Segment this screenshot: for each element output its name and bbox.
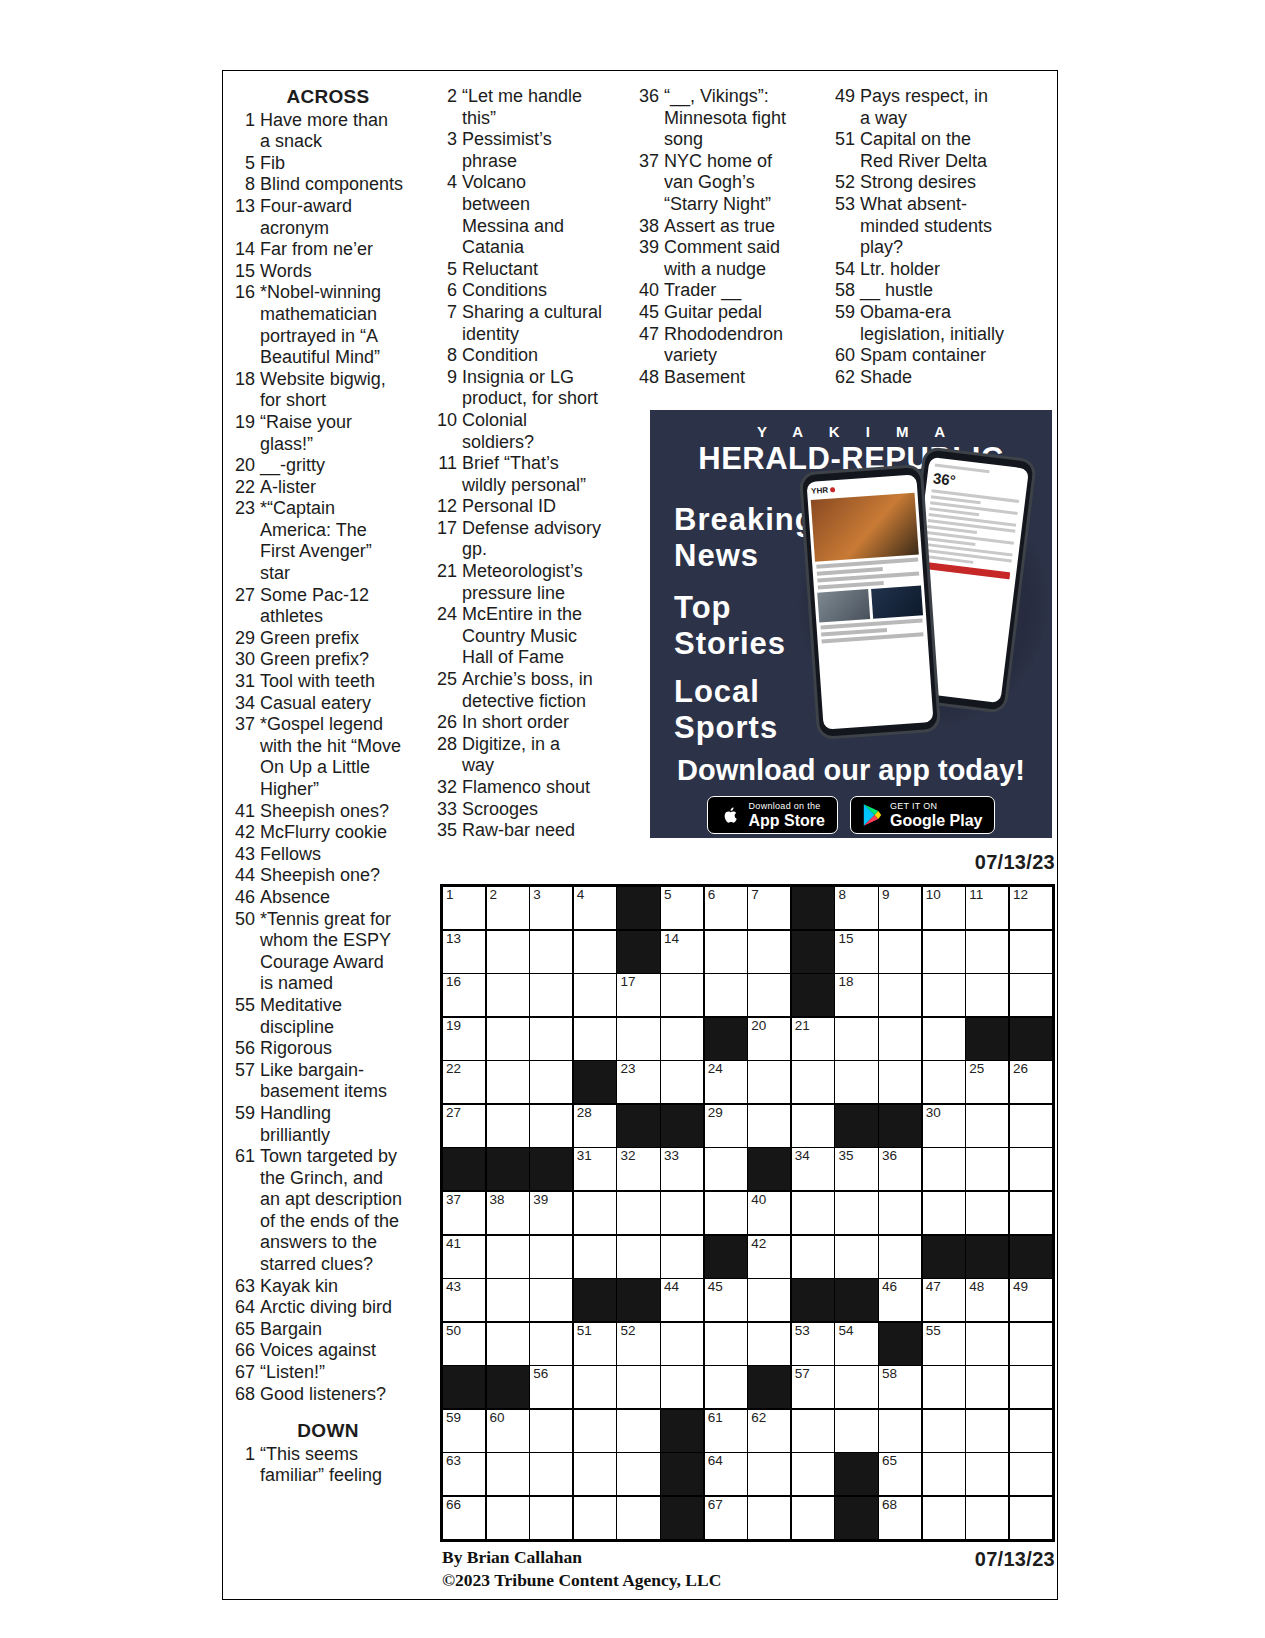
grid-cell[interactable]: 61: [705, 1410, 747, 1452]
grid-cell[interactable]: 52: [617, 1323, 659, 1365]
clue-text: Meditative discipline: [260, 995, 426, 1038]
grid-cell[interactable]: 38: [487, 1192, 529, 1234]
grid-cell[interactable]: [966, 1410, 1008, 1452]
grid-cell[interactable]: [661, 1366, 703, 1408]
grid-cell[interactable]: [574, 1366, 616, 1408]
grid-cell[interactable]: 25: [966, 1061, 1008, 1103]
grid-cell[interactable]: 56: [530, 1366, 572, 1408]
grid-cell[interactable]: [530, 974, 572, 1016]
cell-number: 67: [708, 1497, 723, 1512]
grid-cell[interactable]: 12: [1010, 887, 1052, 929]
clue-item-58: 58__ hustle: [830, 280, 1030, 302]
grid-cell[interactable]: [617, 1236, 659, 1278]
black-cell: [879, 1323, 921, 1365]
grid-cell[interactable]: [661, 974, 703, 1016]
grid-cell[interactable]: [748, 974, 790, 1016]
grid-cell[interactable]: [966, 1192, 1008, 1234]
grid-cell[interactable]: [792, 1105, 834, 1147]
ad-feature-stories: Stories: [674, 626, 786, 662]
google-play-badge-line1: GET IT ON: [890, 802, 982, 811]
grid-cell[interactable]: [530, 1018, 572, 1060]
clue-number: 21: [432, 561, 457, 583]
grid-cell[interactable]: [1010, 1410, 1052, 1452]
cell-number: 66: [446, 1497, 461, 1512]
grid-cell[interactable]: [574, 1497, 616, 1539]
clue-number: 42: [230, 822, 255, 844]
grid-cell[interactable]: [923, 1453, 965, 1495]
grid-cell[interactable]: [1010, 931, 1052, 973]
grid-cell[interactable]: [487, 931, 529, 973]
grid-cell[interactable]: [617, 1018, 659, 1060]
grid-cell[interactable]: 65: [879, 1453, 921, 1495]
grid-cell[interactable]: 15: [835, 931, 877, 973]
grid-cell[interactable]: [487, 1105, 529, 1147]
cell-number: 4: [577, 887, 585, 902]
cell-number: 5: [664, 887, 672, 902]
grid-cell[interactable]: [574, 931, 616, 973]
grid-cell[interactable]: [966, 1323, 1008, 1365]
grid-cell[interactable]: [574, 1410, 616, 1452]
grid-cell[interactable]: [879, 1018, 921, 1060]
clue-number: 13: [230, 196, 255, 218]
grid-cell[interactable]: 36: [879, 1148, 921, 1190]
grid-cell[interactable]: 42: [748, 1236, 790, 1278]
grid-cell[interactable]: [617, 1497, 659, 1539]
clue-text: Scrooges: [462, 799, 628, 821]
clue-item-63: 63Kayak kin: [230, 1276, 426, 1298]
grid-cell[interactable]: [966, 974, 1008, 1016]
grid-cell[interactable]: 13: [443, 931, 485, 973]
grid-cell[interactable]: 34: [792, 1148, 834, 1190]
clue-text: Reluctant: [462, 259, 628, 281]
clue-header-down: DOWN: [230, 1420, 426, 1442]
cell-number: 53: [795, 1323, 810, 1338]
grid-cell[interactable]: [792, 1453, 834, 1495]
grid-cell[interactable]: 28: [574, 1105, 616, 1147]
ad-feature-breaking: Breaking: [674, 502, 815, 538]
grid-cell[interactable]: 30: [923, 1105, 965, 1147]
clue-item-39: 39Comment said with a nudge: [634, 237, 826, 280]
grid-cell[interactable]: 14: [661, 931, 703, 973]
grid-cell[interactable]: 49: [1010, 1279, 1052, 1321]
grid-cell[interactable]: [487, 1279, 529, 1321]
grid-cell[interactable]: [923, 1061, 965, 1103]
grid-cell[interactable]: 3: [530, 887, 572, 929]
grid-cell[interactable]: 48: [966, 1279, 1008, 1321]
black-cell: [443, 1366, 485, 1408]
grid-cell[interactable]: [792, 1192, 834, 1234]
grid-cell[interactable]: [530, 1453, 572, 1495]
grid-cell[interactable]: 7: [748, 887, 790, 929]
black-cell: [835, 1453, 877, 1495]
grid-cell[interactable]: 43: [443, 1279, 485, 1321]
cell-number: 54: [838, 1323, 853, 1338]
grid-cell[interactable]: 35: [835, 1148, 877, 1190]
grid-cell[interactable]: 41: [443, 1236, 485, 1278]
clue-number: 54: [830, 259, 855, 281]
clue-number: 61: [230, 1146, 255, 1168]
grid-cell[interactable]: [487, 1497, 529, 1539]
grid-cell[interactable]: 18: [835, 974, 877, 1016]
grid-cell[interactable]: [835, 1192, 877, 1234]
clue-number: 66: [230, 1340, 255, 1362]
grid-cell[interactable]: [879, 1410, 921, 1452]
grid-cell[interactable]: [617, 1192, 659, 1234]
grid-cell[interactable]: 31: [574, 1148, 616, 1190]
clue-number: 48: [634, 367, 659, 389]
grid-cell[interactable]: 58: [879, 1366, 921, 1408]
clue-text: “Raise your glass!”: [260, 412, 426, 455]
clue-text: Basement: [664, 367, 826, 389]
clue-number: 57: [230, 1060, 255, 1082]
clue-number: 50: [230, 909, 255, 931]
grid-cell[interactable]: 24: [705, 1061, 747, 1103]
grid-cell[interactable]: 29: [705, 1105, 747, 1147]
clue-item-21: 21Meteorologist’s pressure line: [432, 561, 628, 604]
google-play-badge[interactable]: GET IT ON Google Play: [850, 796, 995, 834]
clue-number: 59: [230, 1103, 255, 1125]
clue-item-54: 54Ltr. holder: [830, 259, 1030, 281]
grid-cell[interactable]: 2: [487, 887, 529, 929]
grid-cell[interactable]: [530, 931, 572, 973]
grid-cell[interactable]: [835, 1236, 877, 1278]
cell-number: 19: [446, 1018, 461, 1033]
grid-cell[interactable]: 46: [879, 1279, 921, 1321]
clue-item-64: 64Arctic diving bird: [230, 1297, 426, 1319]
grid-cell[interactable]: [966, 931, 1008, 973]
grid-cell[interactable]: [705, 1366, 747, 1408]
cell-number: 30: [926, 1105, 941, 1120]
grid-cell[interactable]: [661, 1236, 703, 1278]
grid-cell[interactable]: [1010, 974, 1052, 1016]
grid-cell[interactable]: [748, 1105, 790, 1147]
grid-cell[interactable]: [966, 1497, 1008, 1539]
app-store-badge-line2: App Store: [749, 813, 825, 829]
grid-cell[interactable]: [879, 1236, 921, 1278]
black-cell: [617, 1105, 659, 1147]
grid-cell[interactable]: 50: [443, 1323, 485, 1365]
clue-text: Some Pac-12 athletes: [260, 585, 426, 628]
grid-cell[interactable]: 26: [1010, 1061, 1052, 1103]
grid-cell[interactable]: 1: [443, 887, 485, 929]
clue-number: 56: [230, 1038, 255, 1060]
grid-cell[interactable]: [923, 1410, 965, 1452]
grid-cell[interactable]: [617, 1366, 659, 1408]
cell-number: 32: [620, 1148, 635, 1163]
grid-cell[interactable]: [835, 1061, 877, 1103]
grid-cell[interactable]: 32: [617, 1148, 659, 1190]
grid-cell[interactable]: [705, 974, 747, 1016]
grid-cell[interactable]: [966, 1366, 1008, 1408]
grid-cell[interactable]: 63: [443, 1453, 485, 1495]
cell-number: 55: [926, 1323, 941, 1338]
ad-kicker: Y A K I M A: [650, 423, 1052, 440]
grid-cell[interactable]: [705, 931, 747, 973]
grid-cell[interactable]: [923, 1018, 965, 1060]
grid-cell[interactable]: 57: [792, 1366, 834, 1408]
grid-cell[interactable]: [1010, 1366, 1052, 1408]
clue-text: Guitar pedal: [664, 302, 826, 324]
cell-number: 41: [446, 1236, 461, 1251]
grid-cell[interactable]: [966, 1453, 1008, 1495]
grid-cell[interactable]: [530, 1497, 572, 1539]
grid-cell[interactable]: 51: [574, 1323, 616, 1365]
clue-item-53: 53What absent- minded students play?: [830, 194, 1030, 259]
grid-cell[interactable]: [617, 1410, 659, 1452]
grid-cell[interactable]: [1010, 1148, 1052, 1190]
clue-item-67: 67“Listen!”: [230, 1362, 426, 1384]
cell-number: 25: [969, 1061, 984, 1076]
clue-number: 27: [230, 585, 255, 607]
black-cell: [879, 1105, 921, 1147]
grid-cell[interactable]: [617, 1453, 659, 1495]
clue-item-66: 66Voices against: [230, 1340, 426, 1362]
grid-cell[interactable]: [792, 1497, 834, 1539]
grid-cell[interactable]: [923, 931, 965, 973]
grid-cell[interactable]: [530, 1323, 572, 1365]
black-cell: [617, 1279, 659, 1321]
grid-cell[interactable]: 4: [574, 887, 616, 929]
clue-item-33: 33Scrooges: [432, 799, 628, 821]
grid-cell[interactable]: [661, 1061, 703, 1103]
cell-number: 50: [446, 1323, 461, 1338]
cell-number: 36: [882, 1148, 897, 1163]
cell-number: 60: [490, 1410, 505, 1425]
grid-cell[interactable]: 47: [923, 1279, 965, 1321]
grid-cell[interactable]: [748, 1323, 790, 1365]
cell-number: 33: [664, 1148, 679, 1163]
grid-cell[interactable]: 62: [748, 1410, 790, 1452]
grid-cell[interactable]: 6: [705, 887, 747, 929]
cell-number: 2: [490, 887, 498, 902]
clue-item-12: 12Personal ID: [432, 496, 628, 518]
clue-number: 23: [230, 498, 255, 520]
grid-cell[interactable]: [1010, 1192, 1052, 1234]
grid-cell[interactable]: 21: [792, 1018, 834, 1060]
grid-cell[interactable]: 66: [443, 1497, 485, 1539]
grid-cell[interactable]: 55: [923, 1323, 965, 1365]
clue-item-28: 28Digitize, in a way: [432, 734, 628, 777]
cell-number: 29: [708, 1105, 723, 1120]
black-cell: [705, 1236, 747, 1278]
clue-number: 20: [230, 455, 255, 477]
black-cell: [443, 1148, 485, 1190]
clue-item-56: 56Rigorous: [230, 1038, 426, 1060]
grid-cell[interactable]: 17: [617, 974, 659, 1016]
grid-cell[interactable]: 45: [705, 1279, 747, 1321]
grid-cell[interactable]: [1010, 1453, 1052, 1495]
black-cell: [835, 1279, 877, 1321]
grid-cell[interactable]: [661, 1018, 703, 1060]
grid-cell[interactable]: [661, 1192, 703, 1234]
clue-text: Comment said with a nudge: [664, 237, 826, 280]
clue-item-1: 1“This seems familiar” feeling: [230, 1444, 426, 1487]
clue-text: Spam container: [860, 345, 1030, 367]
grid-cell[interactable]: [792, 1061, 834, 1103]
clue-number: 17: [432, 518, 457, 540]
clue-number: 65: [230, 1319, 255, 1341]
google-play-badge-line2: Google Play: [890, 813, 982, 829]
grid-cell[interactable]: [530, 1105, 572, 1147]
grid-cell[interactable]: 19: [443, 1018, 485, 1060]
cell-number: 12: [1013, 887, 1028, 902]
grid-cell[interactable]: [748, 1279, 790, 1321]
clue-number: 19: [230, 412, 255, 434]
clue-text: Fellows: [260, 844, 426, 866]
grid-cell[interactable]: 37: [443, 1192, 485, 1234]
grid-cell[interactable]: [705, 1323, 747, 1365]
grid-cell[interactable]: 8: [835, 887, 877, 929]
clue-item-25: 25Archie’s boss, in detective fiction: [432, 669, 628, 712]
grid-cell[interactable]: [748, 931, 790, 973]
grid-cell[interactable]: [574, 1192, 616, 1234]
grid-cell[interactable]: [923, 974, 965, 1016]
clue-text: Far from ne’er: [260, 239, 426, 261]
cell-number: 10: [926, 887, 941, 902]
grid-cell[interactable]: 39: [530, 1192, 572, 1234]
grid-cell[interactable]: [530, 1279, 572, 1321]
grid-cell[interactable]: 64: [705, 1453, 747, 1495]
clue-item-11: 11Brief “That’s wildly personal”: [432, 453, 628, 496]
clue-number: 6: [432, 280, 457, 302]
cell-number: 52: [620, 1323, 635, 1338]
grid-cell[interactable]: [966, 1105, 1008, 1147]
ad-feature-sports: Sports: [674, 710, 778, 746]
grid-cell[interactable]: [1010, 1323, 1052, 1365]
grid-cell[interactable]: [748, 1497, 790, 1539]
cell-number: 46: [882, 1279, 897, 1294]
weather-alert-bar: [922, 562, 1010, 580]
clue-text: “This seems familiar” feeling: [260, 1444, 426, 1487]
clue-number: 18: [230, 369, 255, 391]
grid-cell[interactable]: [748, 1061, 790, 1103]
grid-cell[interactable]: 22: [443, 1061, 485, 1103]
clue-item-4: 4Volcano between Messina and Catania: [432, 172, 628, 258]
clue-text: Kayak kin: [260, 1276, 426, 1298]
clue-text: Digitize, in a way: [462, 734, 628, 777]
grid-cell[interactable]: [1010, 1105, 1052, 1147]
grid-cell[interactable]: [923, 1366, 965, 1408]
clue-number: 26: [432, 712, 457, 734]
grid-cell[interactable]: [487, 1018, 529, 1060]
grid-cell[interactable]: [705, 1148, 747, 1190]
grid-cell[interactable]: [835, 1018, 877, 1060]
grid-cell[interactable]: 59: [443, 1410, 485, 1452]
newspaper-crossword-page: ACROSS1Have more than a snack5Fib8Blind …: [0, 0, 1265, 1638]
grid-cell[interactable]: [879, 974, 921, 1016]
grid-cell[interactable]: 33: [661, 1148, 703, 1190]
grid-cell[interactable]: [923, 1192, 965, 1234]
clue-number: 28: [432, 734, 457, 756]
grid-cell[interactable]: [574, 1453, 616, 1495]
grid-cell[interactable]: 11: [966, 887, 1008, 929]
clue-text: Casual eatery: [260, 693, 426, 715]
clue-number: 32: [432, 777, 457, 799]
grid-cell[interactable]: 68: [879, 1497, 921, 1539]
grid-cell[interactable]: [748, 1453, 790, 1495]
clue-item-68: 68Good listeners?: [230, 1384, 426, 1406]
grid-cell[interactable]: [923, 1148, 965, 1190]
grid-cell[interactable]: [530, 1236, 572, 1278]
grid-cell[interactable]: [792, 1410, 834, 1452]
clue-number: 63: [230, 1276, 255, 1298]
crossword-grid: 1234567891011121314151617181920212223242…: [440, 884, 1055, 1542]
ad-feature-top: Top: [674, 590, 732, 626]
grid-cell[interactable]: [530, 1061, 572, 1103]
app-store-badge[interactable]: Download on the App Store: [707, 796, 838, 834]
clue-text: Pessimist’s phrase: [462, 129, 628, 172]
black-cell: [748, 1148, 790, 1190]
grid-cell[interactable]: 16: [443, 974, 485, 1016]
grid-cell[interactable]: 44: [661, 1279, 703, 1321]
grid-cell[interactable]: [879, 1192, 921, 1234]
clue-number: 46: [230, 887, 255, 909]
grid-cell[interactable]: 54: [835, 1323, 877, 1365]
clue-item-49: 49Pays respect, in a way: [830, 86, 1030, 129]
grid-cell[interactable]: [879, 1061, 921, 1103]
grid-cell[interactable]: 5: [661, 887, 703, 929]
grid-cell[interactable]: [966, 1148, 1008, 1190]
black-cell: [487, 1148, 529, 1190]
grid-cell[interactable]: [835, 1366, 877, 1408]
cell-number: 42: [751, 1236, 766, 1251]
grid-cell[interactable]: 60: [487, 1410, 529, 1452]
grid-cell[interactable]: [487, 974, 529, 1016]
grid-cell[interactable]: [661, 1323, 703, 1365]
grid-cell[interactable]: 67: [705, 1497, 747, 1539]
clue-number: 10: [432, 410, 457, 432]
grid-cell[interactable]: [835, 1410, 877, 1452]
grid-cell[interactable]: [574, 1018, 616, 1060]
clue-number: 15: [230, 261, 255, 283]
black-cell: [617, 931, 659, 973]
clue-text: “Let me handle this”: [462, 86, 628, 129]
grid-cell[interactable]: 9: [879, 887, 921, 929]
clue-item-8: 8Blind components: [230, 174, 426, 196]
grid-cell[interactable]: [487, 1236, 529, 1278]
grid-cell[interactable]: [574, 974, 616, 1016]
clue-text: Pays respect, in a way: [860, 86, 1030, 129]
grid-cell[interactable]: [530, 1410, 572, 1452]
clue-number: 8: [230, 174, 255, 196]
grid-cell[interactable]: [574, 1236, 616, 1278]
grid-cell[interactable]: 23: [617, 1061, 659, 1103]
clue-text: *Gospel legend with the hit “Move On Up …: [260, 714, 426, 800]
grid-cell[interactable]: 10: [923, 887, 965, 929]
clue-number: 67: [230, 1362, 255, 1384]
grid-cell[interactable]: [487, 1323, 529, 1365]
grid-cell[interactable]: [487, 1453, 529, 1495]
grid-cell[interactable]: [705, 1192, 747, 1234]
clue-number: 24: [432, 604, 457, 626]
phone-logo-dot: [830, 487, 835, 492]
grid-cell[interactable]: [1010, 1497, 1052, 1539]
grid-cell[interactable]: [923, 1497, 965, 1539]
grid-cell[interactable]: [792, 1236, 834, 1278]
grid-cell[interactable]: 40: [748, 1192, 790, 1234]
byline-block: By Brian Callahan ©2023 Tribune Content …: [442, 1546, 721, 1592]
clue-number: 3: [432, 129, 457, 151]
clue-item-34: 34Casual eatery: [230, 693, 426, 715]
grid-cell[interactable]: 27: [443, 1105, 485, 1147]
grid-cell[interactable]: [487, 1061, 529, 1103]
clue-number: 43: [230, 844, 255, 866]
ad-feature-news: News: [674, 538, 759, 574]
grid-cell[interactable]: 20: [748, 1018, 790, 1060]
clue-item-51: 51Capital on the Red River Delta: [830, 129, 1030, 172]
grid-cell[interactable]: [879, 931, 921, 973]
grid-cell[interactable]: 53: [792, 1323, 834, 1365]
